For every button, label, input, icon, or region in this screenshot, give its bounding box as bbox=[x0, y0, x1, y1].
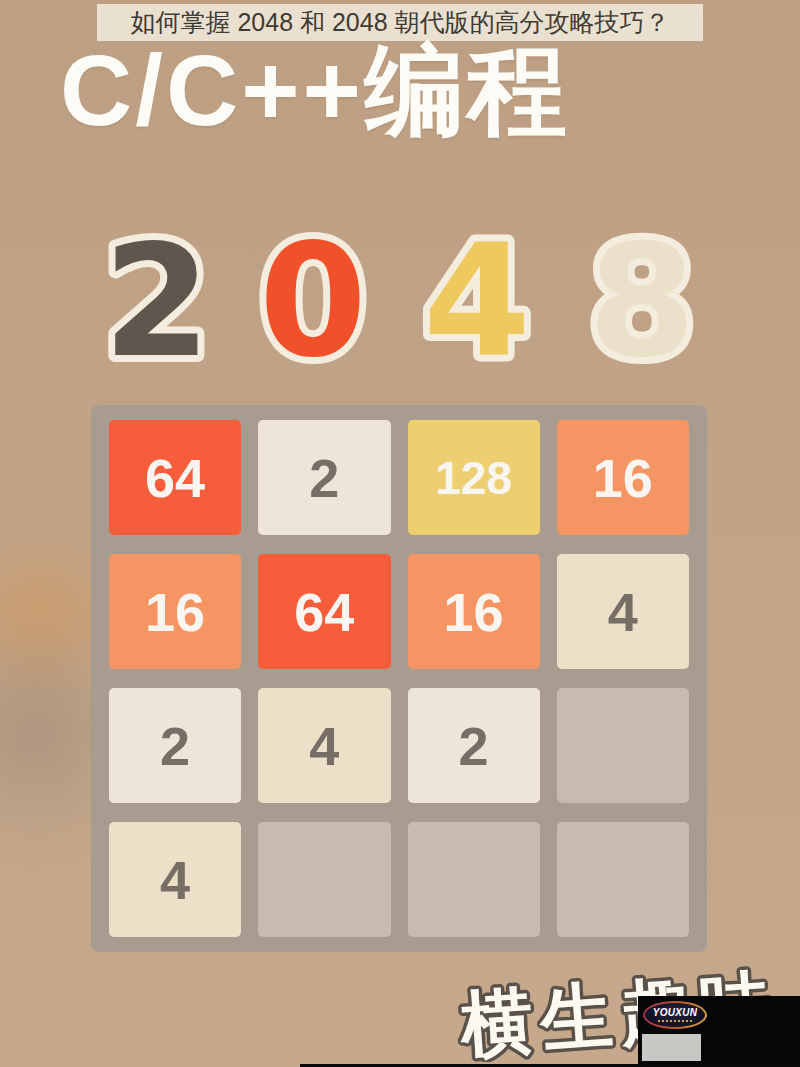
youxun-logo-text: YOUXUN bbox=[653, 1008, 698, 1018]
tile-2: 2 bbox=[408, 688, 540, 803]
logo-digit-0: 0 bbox=[259, 211, 367, 375]
tile-2: 2 bbox=[109, 688, 241, 803]
empty-cell bbox=[408, 822, 540, 937]
empty-cell bbox=[557, 822, 689, 937]
tile-64: 64 bbox=[258, 554, 390, 669]
empty-cell bbox=[258, 822, 390, 937]
tile-4: 4 bbox=[109, 822, 241, 937]
youxun-logo-subline bbox=[658, 1020, 692, 1022]
watermark-panel: YOUXUN bbox=[638, 996, 800, 1067]
logo-digit-2: 2 bbox=[103, 211, 211, 375]
logo-2048: 2 0 4 8 bbox=[85, 205, 715, 375]
tile-4: 4 bbox=[557, 554, 689, 669]
logo-digit-8: 8 bbox=[588, 211, 696, 375]
tile-16: 16 bbox=[557, 420, 689, 535]
brand-heading: C/C++编程 bbox=[60, 30, 708, 154]
youxun-logo-inner: YOUXUN bbox=[645, 1003, 705, 1027]
tile-4: 4 bbox=[258, 688, 390, 803]
tile-16: 16 bbox=[109, 554, 241, 669]
youxun-logo-badge: YOUXUN bbox=[643, 1001, 707, 1029]
tile-64: 64 bbox=[109, 420, 241, 535]
tile-16: 16 bbox=[408, 554, 540, 669]
page-root: 如何掌握 2048 和 2048 朝代版的高分攻略技巧？ C/C++编程 2 0… bbox=[0, 0, 800, 1067]
tile-128: 128 bbox=[408, 420, 540, 535]
watermark-gray-box bbox=[642, 1034, 701, 1061]
board[interactable]: 6421281616641642424 bbox=[91, 405, 707, 952]
logo-digit-4: 4 bbox=[423, 211, 531, 375]
empty-cell bbox=[557, 688, 689, 803]
tile-2: 2 bbox=[258, 420, 390, 535]
